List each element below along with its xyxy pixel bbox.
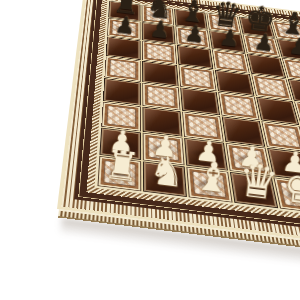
square-d2: ♟ [226,143,272,176]
piece-shadow [112,7,137,16]
piece-shadow [282,45,300,55]
piece-shadow [145,11,170,21]
piece-shadow [145,28,171,38]
square-c1: ♝ [186,167,232,203]
piece-shadow [280,188,300,204]
square-c2: ♟ [184,138,228,171]
white-pawn: ♟ [194,138,222,167]
board-border-dark-band: ♜♞♝♛♚♝♞♜♟♟♟♟♟♟♟♟♟♟♟♟♟♟♟♟♜♞♝♛♚♝♞♜ [74,0,300,251]
board-border-mosaic-band: ♜♞♝♛♚♝♞♜♟♟♟♟♟♟♟♟♟♟♟♟♟♟♟♟♜♞♝♛♚♝♞♜ [86,0,300,240]
chess-board: ♜♞♝♛♚♝♞♜♟♟♟♟♟♟♟♟♟♟♟♟♟♟♟♟♜♞♝♛♚♝♞♜ [57,0,300,265]
square-b1: ♞ [143,161,187,197]
piece-shadow [231,152,265,167]
square-b3 [142,107,182,137]
square-a4 [103,78,141,105]
piece-shadow [189,147,222,162]
piece-shadow [244,23,270,33]
square-c4 [180,88,220,116]
piece-shadow [211,19,237,29]
board-inner-frame: ♜♞♝♛♚♝♞♜♟♟♟♟♟♟♟♟♟♟♟♟♟♟♟♟♜♞♝♛♚♝♞♜ [94,0,300,233]
piece-shadow [236,182,272,198]
piece-shadow [178,15,203,25]
piece-shadow [248,41,275,51]
piece-shadow [192,177,227,193]
square-a3 [101,102,141,132]
piece-shadow [111,24,137,34]
square-d1: ♛ [230,172,278,208]
piece-shadow [147,142,179,157]
black-bishop: ♝ [178,0,208,27]
square-d3 [222,116,265,146]
chess-board-photo: ♜♞♝♛♚♝♞♜♟♟♟♟♟♟♟♟♟♟♟♟♟♟♟♟♜♞♝♛♚♝♞♜ [0,0,300,300]
piece-shadow [276,27,300,37]
square-e1: ♚ [273,177,300,213]
black-king: ♚ [243,1,277,35]
square-a1: ♜ [97,156,141,191]
piece-shadow [103,166,137,182]
square-e2: ♟ [267,148,300,181]
black-rook: ♜ [111,0,141,19]
board-grid: ♜♞♝♛♚♝♞♜♟♟♟♟♟♟♟♟♟♟♟♟♟♟♟♟♜♞♝♛♚♝♞♜ [97,1,300,231]
square-b4 [142,83,180,110]
piece-shadow [104,137,136,152]
piece-shadow [179,32,206,42]
square-a2: ♟ [99,128,141,160]
white-pawn: ♟ [281,148,300,177]
square-b2: ♟ [143,133,185,165]
square-c3 [182,112,224,142]
white-pawn: ♟ [108,127,136,156]
piece-shadow [273,157,300,172]
piece-shadow [148,171,182,187]
square-e3 [261,121,300,151]
board-border-pinstripe: ♜♞♝♛♚♝♞♜♟♟♟♟♟♟♟♟♟♟♟♟♟♟♟♟♜♞♝♛♚♝♞♜ [78,0,300,247]
piece-shadow [214,37,241,47]
